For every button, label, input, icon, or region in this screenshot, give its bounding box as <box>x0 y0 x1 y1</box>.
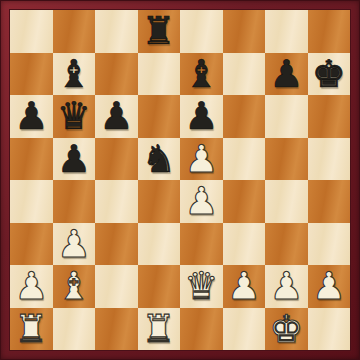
square-d8[interactable]: ♜ <box>138 10 181 53</box>
square-c1[interactable] <box>95 308 138 351</box>
square-b1[interactable] <box>53 308 96 351</box>
black-queen-icon[interactable]: ♛ <box>57 95 91 138</box>
square-c2[interactable] <box>95 265 138 308</box>
square-e8[interactable] <box>180 10 223 53</box>
white-bishop-icon[interactable]: ♝ <box>57 265 91 308</box>
square-g8[interactable] <box>265 10 308 53</box>
white-pawn-icon[interactable]: ♟ <box>57 223 91 266</box>
square-b8[interactable] <box>53 10 96 53</box>
black-rook-icon[interactable]: ♜ <box>142 10 176 53</box>
square-d2[interactable] <box>138 265 181 308</box>
black-king-icon[interactable]: ♚ <box>312 53 346 96</box>
square-c8[interactable] <box>95 10 138 53</box>
square-d7[interactable] <box>138 53 181 96</box>
black-bishop-icon[interactable]: ♝ <box>184 53 218 96</box>
square-g7[interactable]: ♟ <box>265 53 308 96</box>
square-b7[interactable]: ♝ <box>53 53 96 96</box>
square-a4[interactable] <box>10 180 53 223</box>
square-d5[interactable]: ♞ <box>138 138 181 181</box>
square-a8[interactable] <box>10 10 53 53</box>
square-d6[interactable] <box>138 95 181 138</box>
chess-board[interactable]: ♜♝♝♟♚♟♛♟♟♟♞♟♟♟♟♝♛♟♟♟♜♜♚ <box>10 10 350 350</box>
square-g3[interactable] <box>265 223 308 266</box>
black-knight-icon[interactable]: ♞ <box>142 138 176 181</box>
square-f3[interactable] <box>223 223 266 266</box>
square-g6[interactable] <box>265 95 308 138</box>
square-f1[interactable] <box>223 308 266 351</box>
square-a7[interactable] <box>10 53 53 96</box>
black-pawn-icon[interactable]: ♟ <box>99 95 133 138</box>
white-pawn-icon[interactable]: ♟ <box>227 265 261 308</box>
square-h3[interactable] <box>308 223 351 266</box>
square-b2[interactable]: ♝ <box>53 265 96 308</box>
square-a1[interactable]: ♜ <box>10 308 53 351</box>
square-b6[interactable]: ♛ <box>53 95 96 138</box>
square-a5[interactable] <box>10 138 53 181</box>
white-pawn-icon[interactable]: ♟ <box>312 265 346 308</box>
square-f6[interactable] <box>223 95 266 138</box>
square-d4[interactable] <box>138 180 181 223</box>
square-g5[interactable] <box>265 138 308 181</box>
square-f4[interactable] <box>223 180 266 223</box>
chess-app: ♜♝♝♟♚♟♛♟♟♟♞♟♟♟♟♝♛♟♟♟♜♜♚ <box>0 0 360 360</box>
black-bishop-icon[interactable]: ♝ <box>57 53 91 96</box>
square-e6[interactable]: ♟ <box>180 95 223 138</box>
square-f8[interactable] <box>223 10 266 53</box>
square-c6[interactable]: ♟ <box>95 95 138 138</box>
square-e5[interactable]: ♟ <box>180 138 223 181</box>
square-g1[interactable]: ♚ <box>265 308 308 351</box>
white-rook-icon[interactable]: ♜ <box>14 308 48 351</box>
square-h5[interactable] <box>308 138 351 181</box>
white-pawn-icon[interactable]: ♟ <box>269 265 303 308</box>
square-h1[interactable] <box>308 308 351 351</box>
square-g4[interactable] <box>265 180 308 223</box>
square-h6[interactable] <box>308 95 351 138</box>
square-e7[interactable]: ♝ <box>180 53 223 96</box>
square-c5[interactable] <box>95 138 138 181</box>
square-h8[interactable] <box>308 10 351 53</box>
square-b5[interactable]: ♟ <box>53 138 96 181</box>
white-king-icon[interactable]: ♚ <box>269 308 303 351</box>
white-pawn-icon[interactable]: ♟ <box>184 180 218 223</box>
black-pawn-icon[interactable]: ♟ <box>14 95 48 138</box>
black-pawn-icon[interactable]: ♟ <box>269 53 303 96</box>
square-f7[interactable] <box>223 53 266 96</box>
square-f2[interactable]: ♟ <box>223 265 266 308</box>
white-pawn-icon[interactable]: ♟ <box>184 138 218 181</box>
square-c4[interactable] <box>95 180 138 223</box>
square-c7[interactable] <box>95 53 138 96</box>
square-a2[interactable]: ♟ <box>10 265 53 308</box>
square-e3[interactable] <box>180 223 223 266</box>
square-e1[interactable] <box>180 308 223 351</box>
white-queen-icon[interactable]: ♛ <box>184 265 218 308</box>
square-f5[interactable] <box>223 138 266 181</box>
square-d1[interactable]: ♜ <box>138 308 181 351</box>
square-a6[interactable]: ♟ <box>10 95 53 138</box>
black-pawn-icon[interactable]: ♟ <box>57 138 91 181</box>
square-a3[interactable] <box>10 223 53 266</box>
square-d3[interactable] <box>138 223 181 266</box>
square-h7[interactable]: ♚ <box>308 53 351 96</box>
square-b4[interactable] <box>53 180 96 223</box>
square-e4[interactable]: ♟ <box>180 180 223 223</box>
white-rook-icon[interactable]: ♜ <box>142 308 176 351</box>
square-c3[interactable] <box>95 223 138 266</box>
square-h2[interactable]: ♟ <box>308 265 351 308</box>
square-e2[interactable]: ♛ <box>180 265 223 308</box>
square-g2[interactable]: ♟ <box>265 265 308 308</box>
square-b3[interactable]: ♟ <box>53 223 96 266</box>
square-h4[interactable] <box>308 180 351 223</box>
white-pawn-icon[interactable]: ♟ <box>14 265 48 308</box>
black-pawn-icon[interactable]: ♟ <box>184 95 218 138</box>
